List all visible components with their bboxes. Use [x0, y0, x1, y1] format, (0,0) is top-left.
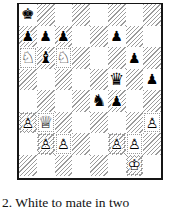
puzzle-caption: 2. White to mate in two: [2, 195, 129, 211]
piece-white-pawn: ♙: [110, 137, 123, 151]
square-a8: ♚: [19, 4, 37, 26]
piece-black-king: ♚: [21, 7, 34, 22]
square-g6: ♟: [126, 47, 144, 69]
square-b3: ♕: [37, 112, 55, 134]
square-g4: [126, 90, 144, 112]
square-e2: [90, 133, 108, 155]
piece-black-pawn: ♟: [110, 29, 123, 43]
square-h5: ♟: [143, 69, 161, 91]
square-d3: [72, 112, 90, 134]
piece-white-king: ♔: [128, 158, 141, 173]
square-h7: [143, 26, 161, 48]
square-d1: [72, 155, 90, 177]
piece-white-knight: ♘: [56, 50, 71, 67]
square-b8: [37, 4, 55, 26]
square-g7: [126, 26, 144, 48]
square-a4: [19, 90, 37, 112]
square-a3: ♙: [19, 112, 37, 134]
square-b7: ♟: [37, 26, 55, 48]
square-f5: ♛: [108, 69, 126, 91]
square-d2: [72, 133, 90, 155]
square-f4: ♟: [108, 90, 126, 112]
square-a2: [19, 133, 37, 155]
square-h6: [143, 47, 161, 69]
square-c6: ♘: [55, 47, 73, 69]
page: ♚♟♟♟♟♘♝♘♟♛♟♞♟♙♕♙♙♙♙♙♔ 2. White to mate i…: [0, 0, 175, 216]
square-f8: [108, 4, 126, 26]
square-d8: [72, 4, 90, 26]
square-g5: [126, 69, 144, 91]
square-e8: [90, 4, 108, 26]
piece-black-pawn: ♟: [39, 29, 52, 43]
square-f7: ♟: [108, 26, 126, 48]
piece-white-pawn: ♙: [39, 137, 52, 151]
square-c4: [55, 90, 73, 112]
square-h2: [143, 133, 161, 155]
square-e7: [90, 26, 108, 48]
square-b1: [37, 155, 55, 177]
piece-black-pawn: ♟: [146, 72, 159, 86]
square-b5: [37, 69, 55, 91]
piece-white-knight: ♘: [20, 50, 35, 67]
square-e5: [90, 69, 108, 91]
square-c3: [55, 112, 73, 134]
square-g8: [126, 4, 144, 26]
square-f2: ♙: [108, 133, 126, 155]
square-g3: [126, 112, 144, 134]
square-a6: ♘: [19, 47, 37, 69]
square-e4: ♞: [90, 90, 108, 112]
square-e1: [90, 155, 108, 177]
square-a7: ♟: [19, 26, 37, 48]
square-f6: [108, 47, 126, 69]
square-f3: [108, 112, 126, 134]
piece-black-pawn: ♟: [57, 29, 70, 43]
square-h4: [143, 90, 161, 112]
square-c2: ♙: [55, 133, 73, 155]
piece-black-knight: ♞: [91, 93, 106, 110]
piece-white-pawn: ♙: [146, 116, 159, 130]
piece-white-pawn: ♙: [57, 137, 70, 151]
square-h3: ♙: [143, 112, 161, 134]
square-c1: [55, 155, 73, 177]
square-d5: [72, 69, 90, 91]
square-b6: ♝: [37, 47, 55, 69]
square-c8: [55, 4, 73, 26]
square-b4: [37, 90, 55, 112]
square-c7: ♟: [55, 26, 73, 48]
square-a1: [19, 155, 37, 177]
square-b2: ♙: [37, 133, 55, 155]
square-f1: [108, 155, 126, 177]
piece-black-queen: ♛: [109, 71, 124, 88]
square-h1: [143, 155, 161, 177]
square-e6: [90, 47, 108, 69]
square-g1: ♔: [126, 155, 144, 177]
square-d4: [72, 90, 90, 112]
square-c5: [55, 69, 73, 91]
square-d6: [72, 47, 90, 69]
chess-board: ♚♟♟♟♟♘♝♘♟♛♟♞♟♙♕♙♙♙♙♙♔: [17, 3, 163, 180]
piece-black-bishop: ♝: [38, 50, 53, 67]
piece-white-pawn: ♙: [22, 116, 35, 130]
piece-white-pawn: ♙: [128, 137, 141, 151]
square-a5: [19, 69, 37, 91]
piece-black-pawn: ♟: [110, 94, 123, 108]
square-e3: [90, 112, 108, 134]
square-g2: ♙: [126, 133, 144, 155]
square-d7: [72, 26, 90, 48]
piece-white-queen: ♕: [38, 114, 53, 131]
square-h8: [143, 4, 161, 26]
piece-black-pawn: ♟: [22, 29, 35, 43]
piece-black-pawn: ♟: [128, 51, 141, 65]
